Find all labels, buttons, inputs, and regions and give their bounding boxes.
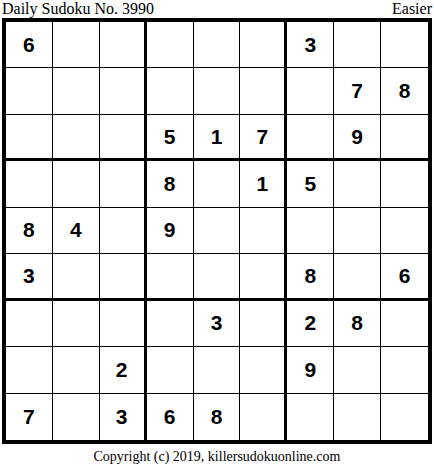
- cell-r8c9[interactable]: [381, 347, 428, 393]
- cell-r3c8[interactable]: 9: [334, 115, 381, 161]
- given-digit: 4: [70, 218, 82, 242]
- puzzle-title: Daily Sudoku No. 3990: [2, 0, 154, 17]
- cell-r2c7[interactable]: [287, 68, 334, 114]
- given-digit: 2: [116, 358, 128, 382]
- given-digit: 5: [164, 125, 176, 149]
- cell-r2c6[interactable]: [240, 68, 287, 114]
- cell-r5c3[interactable]: [100, 208, 147, 254]
- cell-r9c8[interactable]: [334, 394, 381, 440]
- cell-r5c4[interactable]: 9: [147, 208, 194, 254]
- given-digit: 8: [23, 218, 35, 242]
- cell-r4c9[interactable]: [381, 161, 428, 207]
- given-digit: 6: [23, 33, 35, 57]
- cell-r9c3[interactable]: 3: [100, 394, 147, 440]
- cell-r6c8[interactable]: [334, 254, 381, 300]
- cell-r5c6[interactable]: [240, 208, 287, 254]
- cell-r2c5[interactable]: [194, 68, 241, 114]
- cell-r1c7[interactable]: 3: [287, 22, 334, 68]
- cell-r5c7[interactable]: [287, 208, 334, 254]
- given-digit: 9: [351, 125, 363, 149]
- cell-r4c8[interactable]: [334, 161, 381, 207]
- cell-r5c1[interactable]: 8: [6, 208, 53, 254]
- cell-r4c5[interactable]: [194, 161, 241, 207]
- cell-r3c1[interactable]: [6, 115, 53, 161]
- given-digit: 8: [399, 79, 411, 103]
- cell-r3c6[interactable]: 7: [240, 115, 287, 161]
- cell-r4c1[interactable]: [6, 161, 53, 207]
- cell-r9c7[interactable]: [287, 394, 334, 440]
- given-digit: 7: [351, 79, 363, 103]
- given-digit: 9: [304, 358, 316, 382]
- given-digit: 6: [399, 264, 411, 288]
- cell-r8c2[interactable]: [53, 347, 100, 393]
- given-digit: 5: [304, 172, 316, 196]
- cell-r2c4[interactable]: [147, 68, 194, 114]
- cell-r1c6[interactable]: [240, 22, 287, 68]
- cell-r8c4[interactable]: [147, 347, 194, 393]
- cell-r1c2[interactable]: [53, 22, 100, 68]
- cell-r7c7[interactable]: 2: [287, 301, 334, 347]
- cell-r8c6[interactable]: [240, 347, 287, 393]
- cell-r3c3[interactable]: [100, 115, 147, 161]
- given-digit: 8: [304, 264, 316, 288]
- cell-r6c6[interactable]: [240, 254, 287, 300]
- cell-r8c8[interactable]: [334, 347, 381, 393]
- cell-r6c4[interactable]: [147, 254, 194, 300]
- given-digit: 3: [23, 264, 35, 288]
- given-digit: 2: [304, 311, 316, 335]
- difficulty-label: Easier: [392, 0, 432, 17]
- given-digit: 8: [211, 405, 223, 429]
- cell-r5c2[interactable]: 4: [53, 208, 100, 254]
- cell-r7c9[interactable]: [381, 301, 428, 347]
- cell-r7c4[interactable]: [147, 301, 194, 347]
- cell-r1c9[interactable]: [381, 22, 428, 68]
- given-digit: 7: [23, 405, 35, 429]
- cell-r3c7[interactable]: [287, 115, 334, 161]
- cell-r2c9[interactable]: 8: [381, 68, 428, 114]
- cell-r1c8[interactable]: [334, 22, 381, 68]
- cell-r5c9[interactable]: [381, 208, 428, 254]
- cell-r9c4[interactable]: 6: [147, 394, 194, 440]
- cell-r9c9[interactable]: [381, 394, 428, 440]
- given-digit: 8: [164, 172, 176, 196]
- given-digit: 1: [211, 125, 223, 149]
- cell-r9c2[interactable]: [53, 394, 100, 440]
- cell-r8c1[interactable]: [6, 347, 53, 393]
- cell-r3c9[interactable]: [381, 115, 428, 161]
- cell-r8c5[interactable]: [194, 347, 241, 393]
- given-digit: 3: [211, 311, 223, 335]
- cell-r8c7[interactable]: 9: [287, 347, 334, 393]
- cell-r4c6[interactable]: 1: [240, 161, 287, 207]
- cell-r3c4[interactable]: 5: [147, 115, 194, 161]
- sudoku-grid: 63785179815849386328297368: [2, 18, 432, 444]
- given-digit: 3: [304, 33, 316, 57]
- given-digit: 7: [257, 125, 269, 149]
- cell-r4c2[interactable]: [53, 161, 100, 207]
- cell-r5c5[interactable]: [194, 208, 241, 254]
- cell-r6c2[interactable]: [53, 254, 100, 300]
- cell-r1c3[interactable]: [100, 22, 147, 68]
- cell-r7c6[interactable]: [240, 301, 287, 347]
- cell-r2c2[interactable]: [53, 68, 100, 114]
- cell-r6c3[interactable]: [100, 254, 147, 300]
- cell-r3c5[interactable]: 1: [194, 115, 241, 161]
- cell-r6c9[interactable]: 6: [381, 254, 428, 300]
- given-digit: 9: [164, 218, 176, 242]
- cell-r7c2[interactable]: [53, 301, 100, 347]
- cell-r1c5[interactable]: [194, 22, 241, 68]
- cell-r2c8[interactable]: 7: [334, 68, 381, 114]
- cell-r7c5[interactable]: 3: [194, 301, 241, 347]
- cell-r4c3[interactable]: [100, 161, 147, 207]
- cell-r9c6[interactable]: [240, 394, 287, 440]
- copyright-text: Copyright (c) 2019, killersudokuonline.c…: [0, 448, 434, 466]
- cell-r7c8[interactable]: 8: [334, 301, 381, 347]
- cell-r8c3[interactable]: 2: [100, 347, 147, 393]
- cell-r6c1[interactable]: 3: [6, 254, 53, 300]
- given-digit: 8: [351, 311, 363, 335]
- cell-r7c3[interactable]: [100, 301, 147, 347]
- cell-r3c2[interactable]: [53, 115, 100, 161]
- cell-r5c8[interactable]: [334, 208, 381, 254]
- cell-r4c7[interactable]: 5: [287, 161, 334, 207]
- given-digit: 3: [116, 405, 128, 429]
- cell-r1c4[interactable]: [147, 22, 194, 68]
- cell-r1c1[interactable]: 6: [6, 22, 53, 68]
- given-digit: 6: [164, 405, 176, 429]
- cell-r7c1[interactable]: [6, 301, 53, 347]
- cell-r9c5[interactable]: 8: [194, 394, 241, 440]
- page-header: Daily Sudoku No. 3990 Easier: [2, 0, 432, 17]
- cell-r6c7[interactable]: 8: [287, 254, 334, 300]
- cell-r6c5[interactable]: [194, 254, 241, 300]
- cell-r2c3[interactable]: [100, 68, 147, 114]
- cell-r9c1[interactable]: 7: [6, 394, 53, 440]
- cell-r4c4[interactable]: 8: [147, 161, 194, 207]
- cell-r2c1[interactable]: [6, 68, 53, 114]
- given-digit: 1: [257, 172, 269, 196]
